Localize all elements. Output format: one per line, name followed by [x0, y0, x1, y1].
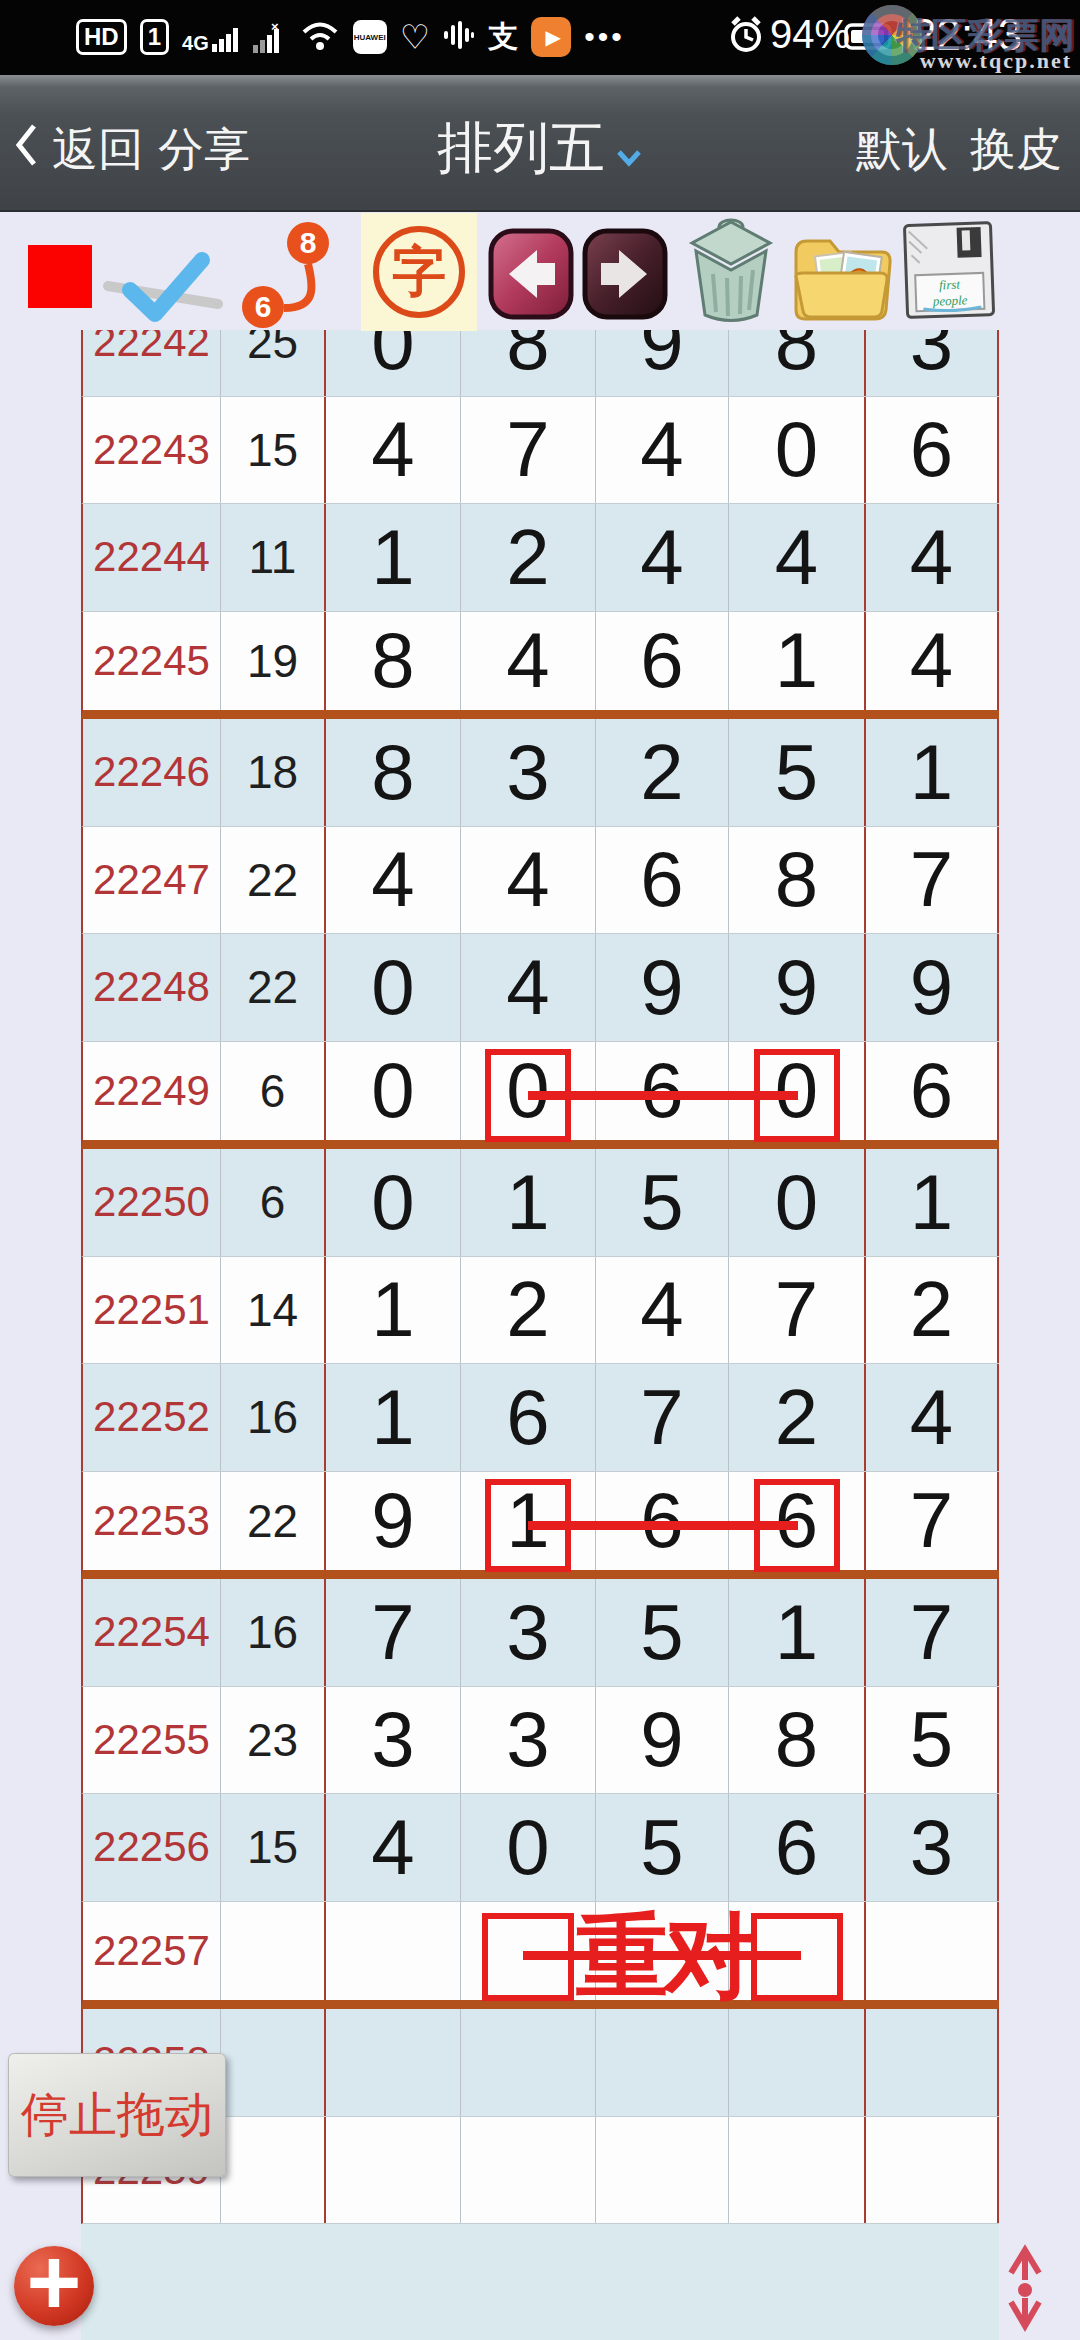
period-cell: 22257	[83, 1902, 221, 2001]
digit-cell	[866, 2117, 999, 2224]
table-row[interactable]: 222461883251	[81, 719, 999, 827]
status-left-icons: HD 1 4G × HUAWEI ♡ 支 ▶ •••	[76, 14, 625, 60]
digit-cell: 1	[326, 504, 461, 611]
table-row[interactable]: 22249600606	[81, 1042, 999, 1150]
period-cell: 22253	[83, 1472, 221, 1571]
digit-cell: 6	[596, 827, 729, 934]
sum-cell: 16	[221, 1364, 326, 1471]
digit-cell: 0	[729, 1149, 866, 1256]
digit-cell: 7	[326, 1579, 461, 1686]
table-row[interactable]: 222521616724	[81, 1364, 999, 1472]
table-row[interactable]: 222431547406	[81, 397, 999, 505]
digit-cell	[326, 2117, 461, 2224]
curve-link-tool[interactable]: 8 6	[232, 216, 340, 334]
wifi-icon	[300, 18, 340, 56]
red-square-tool[interactable]	[28, 245, 92, 308]
app-screen: HD 1 4G × HUAWEI ♡ 支 ▶ ••• 94%	[0, 0, 1080, 2340]
digit-cell: 4	[596, 397, 729, 504]
digit-cell: 0	[326, 1149, 461, 1256]
huawei-app-icon: HUAWEI	[353, 20, 387, 54]
health-icon: ♡	[400, 20, 430, 54]
check-tool[interactable]	[100, 252, 226, 326]
period-cell: 22248	[83, 934, 221, 1041]
digit-cell	[461, 2009, 596, 2116]
digit-cell: 6	[596, 612, 729, 711]
period-cell: 22256	[83, 1794, 221, 1901]
digit-cell	[326, 1902, 461, 2001]
sum-cell: 11	[221, 504, 326, 611]
digit-cell: 6	[729, 1794, 866, 1901]
scroll-up-down-control[interactable]	[998, 2238, 1052, 2340]
nav-bar: 返回 分享 排列五 默认 换皮	[0, 75, 1080, 212]
sum-cell: 22	[221, 934, 326, 1041]
sum-cell	[221, 2009, 326, 2116]
digit-cell: 9	[326, 1472, 461, 1571]
digit-cell: 2	[596, 719, 729, 826]
table-next-row-band	[81, 2224, 999, 2340]
save-floppy-tool[interactable]: first people	[900, 214, 1000, 328]
digit-cell	[326, 2009, 461, 2116]
digit-cell: 4	[461, 934, 596, 1041]
digit-cell: 3	[461, 1687, 596, 1794]
signal-nosim-icon: ×	[253, 21, 287, 53]
digit-cell: 0	[326, 330, 461, 396]
digit-cell: 4	[461, 827, 596, 934]
table-row[interactable]: 222422508983	[81, 330, 999, 397]
digit-cell	[729, 2117, 866, 2224]
hd-icon: HD	[76, 19, 127, 55]
table-row[interactable]: 222441112444	[81, 504, 999, 612]
digit-cell: 4	[596, 1257, 729, 1364]
watermark-site-url: www.tqcp.net	[920, 48, 1072, 74]
sum-cell: 22	[221, 827, 326, 934]
sum-cell: 6	[221, 1042, 326, 1141]
digit-cell: 3	[461, 719, 596, 826]
battery-percent: 94%	[770, 12, 850, 57]
default-skin-button[interactable]: 默认	[856, 119, 948, 181]
sum-cell: 15	[221, 1794, 326, 1901]
digit-cell: 7	[729, 1257, 866, 1364]
digit-cell: 9	[596, 1687, 729, 1794]
sum-cell: 22	[221, 1472, 326, 1571]
digit-cell: 2	[461, 504, 596, 611]
period-cell: 22247	[83, 827, 221, 934]
table-row[interactable]: 222451984614	[81, 612, 999, 720]
trend-table[interactable]: 2224225089832224315474062224411124442224…	[81, 330, 999, 2340]
digit-cell: 5	[729, 719, 866, 826]
table-row[interactable]: 222511412472	[81, 1257, 999, 1365]
alarm-icon	[726, 14, 766, 60]
svg-text:8: 8	[300, 226, 317, 259]
table-row[interactable]: 22257重对	[81, 1902, 999, 2010]
digit-cell	[866, 1902, 999, 2001]
period-cell: 22249	[83, 1042, 221, 1141]
svg-text:people: people	[932, 292, 968, 308]
sum-cell	[221, 2117, 326, 2224]
sum-cell: 14	[221, 1257, 326, 1364]
digit-cell: 2	[866, 1257, 999, 1364]
period-cell: 22245	[83, 612, 221, 711]
digit-cell: 0	[461, 1794, 596, 1901]
digit-cell: 3	[326, 1687, 461, 1794]
digit-cell: 4	[326, 827, 461, 934]
digit-cell: 5	[596, 1579, 729, 1686]
undo-arrow-button[interactable]	[487, 227, 575, 325]
digit-cell: 8	[326, 612, 461, 711]
sum-cell	[221, 1902, 326, 2001]
digit-cell: 8	[461, 330, 596, 396]
zhongdui-line-annotation	[523, 1951, 801, 1960]
period-cell: 22252	[83, 1364, 221, 1471]
digit-cell: 4	[326, 1794, 461, 1901]
pair-line-annotation	[528, 1521, 798, 1530]
digit-cell	[596, 2117, 729, 2224]
digit-cell: 9	[729, 934, 866, 1041]
redo-arrow-button[interactable]	[581, 227, 669, 325]
digit-cell: 3	[461, 1579, 596, 1686]
digit-cell	[729, 2009, 866, 2116]
digit-cell: 0	[326, 934, 461, 1041]
digit-cell: 1	[729, 1579, 866, 1686]
digit-cell: 8	[326, 719, 461, 826]
sum-cell: 23	[221, 1687, 326, 1794]
digit-cell: 1	[729, 612, 866, 711]
digit-cell: 7	[461, 397, 596, 504]
svg-text:6: 6	[255, 290, 272, 323]
table-row[interactable]: 222482204999	[81, 934, 999, 1042]
digit-cell: 4	[866, 612, 999, 711]
table-row[interactable]: 222552333985	[81, 1687, 999, 1795]
digit-cell: 6	[866, 1042, 999, 1141]
digit-cell: 4	[866, 504, 999, 611]
digit-cell: 1	[866, 719, 999, 826]
digit-cell: 3	[866, 330, 999, 396]
period-cell: 22251	[83, 1257, 221, 1364]
status-bar: HD 1 4G × HUAWEI ♡ 支 ▶ ••• 94%	[0, 0, 1080, 75]
digit-cell: 8	[729, 827, 866, 934]
sum-cell: 15	[221, 397, 326, 504]
digit-cell: 1	[866, 1149, 999, 1256]
trash-tool[interactable]	[683, 214, 779, 332]
digit-cell: 2	[461, 1257, 596, 1364]
digit-cell: 5	[596, 1794, 729, 1901]
digit-cell: 4	[866, 1364, 999, 1471]
digit-cell: 0	[729, 397, 866, 504]
digit-cell: 1	[326, 1257, 461, 1364]
table-row[interactable]: 222532291667	[81, 1472, 999, 1580]
sim1-icon: 1	[140, 19, 169, 55]
sum-cell: 25	[221, 330, 326, 396]
digit-cell: 8	[729, 1687, 866, 1794]
digit-cell: 5	[596, 1149, 729, 1256]
digit-cell	[461, 2117, 596, 2224]
digit-cell: 2	[729, 1364, 866, 1471]
sum-cell: 6	[221, 1149, 326, 1256]
voice-icon	[443, 18, 475, 56]
digit-cell: 5	[866, 1687, 999, 1794]
table-row[interactable]: 22250601501	[81, 1149, 999, 1257]
digit-cell: 6	[461, 1364, 596, 1471]
digit-cell: 7	[596, 1364, 729, 1471]
zi-stamp-icon: 字	[373, 226, 465, 318]
sum-cell: 16	[221, 1579, 326, 1686]
sum-cell: 19	[221, 612, 326, 711]
sum-cell: 18	[221, 719, 326, 826]
more-status-icon: •••	[584, 20, 625, 54]
digit-cell	[866, 2009, 999, 2116]
table-row[interactable]: 222541673517	[81, 1579, 999, 1687]
digit-cell: 9	[596, 330, 729, 396]
digit-cell: 1	[461, 1149, 596, 1256]
digit-cell: 6	[866, 397, 999, 504]
digit-cell: 3	[866, 1794, 999, 1901]
digit-cell: 4	[596, 504, 729, 611]
period-cell: 22243	[83, 397, 221, 504]
digit-cell	[596, 2009, 729, 2116]
period-cell: 22246	[83, 719, 221, 826]
digit-cell: 4	[326, 397, 461, 504]
digit-cell: 7	[866, 1579, 999, 1686]
digit-cell: 9	[596, 934, 729, 1041]
add-button[interactable]: +	[14, 2246, 94, 2326]
period-cell: 22244	[83, 504, 221, 611]
video-app-icon: ▶	[531, 17, 571, 57]
text-stamp-tool[interactable]: 字	[361, 213, 477, 331]
stop-drag-button[interactable]: 停止拖动	[8, 2053, 226, 2177]
period-cell: 22254	[83, 1579, 221, 1686]
chevron-down-icon	[615, 149, 643, 167]
signal-4g-icon: 4G	[182, 22, 240, 52]
digit-cell: 8	[729, 330, 866, 396]
table-row[interactable]: 222472244687	[81, 827, 999, 935]
alipay-icon: 支	[488, 17, 518, 58]
digit-cell: 7	[866, 827, 999, 934]
digit-cell: 0	[326, 1042, 461, 1141]
digit-cell: 4	[461, 612, 596, 711]
digit-cell: 9	[866, 934, 999, 1041]
digit-cell: 4	[729, 504, 866, 611]
digit-cell: 7	[866, 1472, 999, 1571]
pair-line-annotation	[528, 1091, 798, 1100]
change-skin-button[interactable]: 换皮	[970, 119, 1062, 181]
gallery-folder-tool[interactable]	[790, 222, 894, 330]
period-cell: 22242	[83, 330, 221, 396]
annotation-toolbar: 8 6 字	[0, 212, 1080, 332]
digit-cell: 1	[326, 1364, 461, 1471]
table-row[interactable]: 222561540563	[81, 1794, 999, 1902]
period-cell: 22250	[83, 1149, 221, 1256]
period-cell: 22255	[83, 1687, 221, 1794]
svg-text:first: first	[939, 277, 961, 293]
